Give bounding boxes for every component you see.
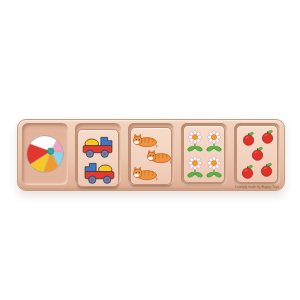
slot-2 [75,123,121,185]
apple-icon [261,163,272,177]
flower-icon [206,156,222,178]
slot-3 [128,123,174,185]
truck-icon [83,137,112,157]
apple-icon [262,130,273,144]
flower-art [185,127,225,183]
brand-tagline: Lovingly made by Bigjigs Toys [235,186,279,189]
flower-icon [187,130,203,152]
cat-icon [133,134,157,147]
slot-5 [234,123,280,185]
tile-apple-5[interactable] [236,125,278,183]
flower-icon [187,156,203,178]
truck-icon [85,163,114,183]
slot-1 [22,123,68,185]
tile-flower-4[interactable] [183,125,225,183]
beach-ball-icon [27,136,63,172]
product-photo: Lovingly made by Bigjigs Toys [0,0,300,300]
beach-ball-art [25,126,65,182]
tile-truck-2[interactable] [77,129,119,187]
flower-icon [206,130,222,152]
cat-icon [133,167,157,180]
apple-icon [242,165,253,179]
slot-4 [181,123,227,185]
truck-art [79,131,119,187]
puzzle-tray: Lovingly made by Bigjigs Toys [17,119,285,191]
cat-art [132,129,172,185]
cat-icon [147,150,171,163]
apple-art [238,127,278,183]
apple-icon [252,147,263,161]
apple-icon [243,132,254,146]
tile-cat-3[interactable] [130,127,172,185]
